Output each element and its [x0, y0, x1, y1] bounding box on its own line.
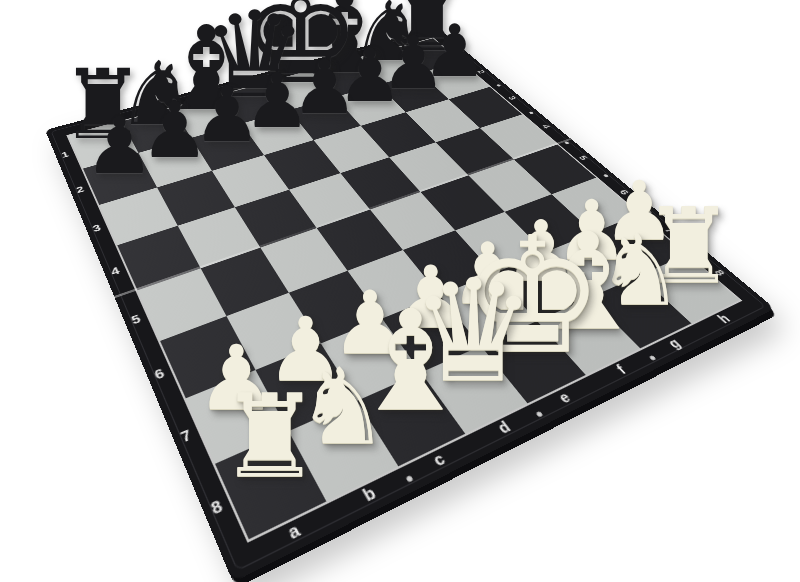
rank-label-left-3: 3 [86, 221, 107, 235]
rivet [466, 59, 471, 62]
rivet [262, 76, 267, 79]
rank-label-left-4: 4 [104, 263, 127, 279]
chess-set-product-photo: 1122334455667788abcdefgh ♜♞♝♛♚♝♞♜♟♟♟♟♟♟♟… [0, 0, 800, 582]
rivet [529, 111, 534, 114]
rivet [694, 250, 701, 254]
rivet [646, 210, 652, 214]
board-shadow-wrap: 1122334455667788abcdefgh [0, 0, 800, 582]
file-label-h: h [710, 310, 736, 328]
rank-label-left-2: 2 [70, 183, 90, 196]
rivet [496, 84, 501, 87]
file-label-g: g [660, 334, 686, 353]
rank-label-left-7: 7 [172, 424, 200, 447]
rivet [348, 54, 353, 56]
rank-label-left-6: 6 [146, 363, 172, 383]
rivet [405, 475, 413, 483]
rivet [603, 174, 609, 178]
chess-board: 1122334455667788abcdefgh [45, 27, 775, 582]
rivet [535, 411, 543, 418]
rank-label-left-5: 5 [124, 310, 148, 328]
rivet [649, 355, 657, 361]
rivet [168, 101, 173, 104]
rivet [564, 141, 570, 144]
board-squares [68, 38, 739, 539]
rank-label-left-8: 8 [202, 493, 232, 520]
rank-label-left-1: 1 [55, 149, 74, 161]
